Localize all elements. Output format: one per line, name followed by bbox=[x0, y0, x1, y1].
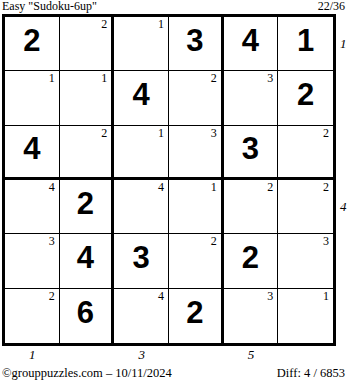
cell-r1c5[interactable]: 4 bbox=[224, 17, 279, 71]
difficulty-text: Diff: 4 / 6853 bbox=[277, 366, 345, 380]
cell-r6c1[interactable]: 2 bbox=[5, 289, 60, 343]
footer: ©grouppuzzles.com – 10/11/2024 Diff: 4 /… bbox=[2, 366, 345, 380]
hint-number: 2 bbox=[323, 127, 329, 140]
cell-r4c2[interactable]: 2 bbox=[60, 180, 115, 234]
cell-r3c4[interactable]: 3 bbox=[169, 126, 224, 180]
cell-r3c1[interactable]: 4 bbox=[5, 126, 60, 180]
given-value: 3 bbox=[169, 17, 221, 70]
cell-r2c6[interactable]: 2 bbox=[278, 71, 333, 125]
cell-r4c1[interactable]: 4 bbox=[5, 180, 60, 234]
page-title: Easy "Sudoku-6up" bbox=[2, 0, 97, 13]
given-value: 6 bbox=[60, 289, 112, 343]
cell-r1c1[interactable]: 2 bbox=[5, 17, 60, 71]
hint-number: 2 bbox=[101, 18, 107, 31]
hint-number: 2 bbox=[323, 181, 329, 194]
hint-number: 2 bbox=[267, 181, 273, 194]
row-label-1: 1 bbox=[340, 37, 347, 51]
board-area: 221341114232421332424122343223264231 141… bbox=[2, 14, 345, 364]
hint-number: 1 bbox=[101, 72, 107, 85]
given-value: 2 bbox=[278, 71, 333, 124]
col-label-3: 3 bbox=[138, 348, 145, 362]
hint-number: 4 bbox=[158, 290, 164, 303]
hint-number: 1 bbox=[323, 290, 329, 303]
cell-r5c1[interactable]: 3 bbox=[5, 234, 60, 288]
cell-r3c2[interactable]: 2 bbox=[60, 126, 115, 180]
header: Easy "Sudoku-6up" 22/36 bbox=[2, 0, 345, 13]
remaining-counter: 22/36 bbox=[318, 0, 345, 13]
cell-r6c4[interactable]: 2 bbox=[169, 289, 224, 343]
cell-r1c4[interactable]: 3 bbox=[169, 17, 224, 71]
given-value: 2 bbox=[5, 17, 59, 70]
cell-r6c2[interactable]: 6 bbox=[60, 289, 115, 343]
cell-r5c5[interactable]: 2 bbox=[224, 234, 279, 288]
cell-r2c2[interactable]: 1 bbox=[60, 71, 115, 125]
hint-number: 3 bbox=[267, 72, 273, 85]
sudoku-board: 221341114232421332424122343223264231 bbox=[2, 14, 336, 346]
given-value: 1 bbox=[278, 17, 333, 70]
hint-number: 3 bbox=[211, 127, 217, 140]
cell-r2c3[interactable]: 4 bbox=[114, 71, 169, 125]
given-value: 3 bbox=[114, 234, 168, 287]
cell-r5c3[interactable]: 3 bbox=[114, 234, 169, 288]
puzzle-page: Easy "Sudoku-6up" 22/36 2213411142324213… bbox=[0, 0, 347, 381]
col-label-5: 5 bbox=[248, 348, 255, 362]
given-value: 3 bbox=[224, 126, 278, 177]
given-value: 2 bbox=[60, 180, 112, 233]
cell-r3c5[interactable]: 3 bbox=[224, 126, 279, 180]
cell-r6c5[interactable]: 3 bbox=[224, 289, 279, 343]
given-value: 4 bbox=[60, 234, 112, 287]
hint-number: 3 bbox=[49, 235, 55, 248]
row-label-4: 4 bbox=[340, 200, 347, 214]
hint-number: 2 bbox=[101, 127, 107, 140]
cell-r6c6[interactable]: 1 bbox=[278, 289, 333, 343]
cell-r6c3[interactable]: 4 bbox=[114, 289, 169, 343]
given-value: 4 bbox=[224, 17, 278, 70]
hint-number: 4 bbox=[158, 181, 164, 194]
hint-number: 2 bbox=[49, 290, 55, 303]
cell-r4c4[interactable]: 1 bbox=[169, 180, 224, 234]
given-value: 2 bbox=[169, 289, 221, 343]
hint-number: 1 bbox=[158, 18, 164, 31]
hint-number: 2 bbox=[211, 235, 217, 248]
hint-number: 4 bbox=[49, 181, 55, 194]
cell-r5c4[interactable]: 2 bbox=[169, 234, 224, 288]
cell-r3c3[interactable]: 1 bbox=[114, 126, 169, 180]
cell-r1c3[interactable]: 1 bbox=[114, 17, 169, 71]
cell-r4c6[interactable]: 2 bbox=[278, 180, 333, 234]
given-value: 4 bbox=[5, 126, 59, 177]
hint-number: 3 bbox=[267, 290, 273, 303]
cell-r5c2[interactable]: 4 bbox=[60, 234, 115, 288]
cell-r1c2[interactable]: 2 bbox=[60, 17, 115, 71]
cell-r4c5[interactable]: 2 bbox=[224, 180, 279, 234]
cell-r1c6[interactable]: 1 bbox=[278, 17, 333, 71]
given-value: 2 bbox=[224, 234, 278, 287]
hint-number: 1 bbox=[211, 181, 217, 194]
hint-number: 3 bbox=[323, 235, 329, 248]
cell-r2c5[interactable]: 3 bbox=[224, 71, 279, 125]
copyright-text: ©grouppuzzles.com – 10/11/2024 bbox=[2, 366, 172, 380]
hint-number: 2 bbox=[211, 72, 217, 85]
cell-r4c3[interactable]: 4 bbox=[114, 180, 169, 234]
hint-number: 1 bbox=[49, 72, 55, 85]
col-label-1: 1 bbox=[29, 348, 36, 362]
cell-r3c6[interactable]: 2 bbox=[278, 126, 333, 180]
cell-r2c1[interactable]: 1 bbox=[5, 71, 60, 125]
hint-number: 1 bbox=[158, 127, 164, 140]
given-value: 4 bbox=[114, 71, 168, 124]
cell-r5c6[interactable]: 3 bbox=[278, 234, 333, 288]
cell-r2c4[interactable]: 2 bbox=[169, 71, 224, 125]
